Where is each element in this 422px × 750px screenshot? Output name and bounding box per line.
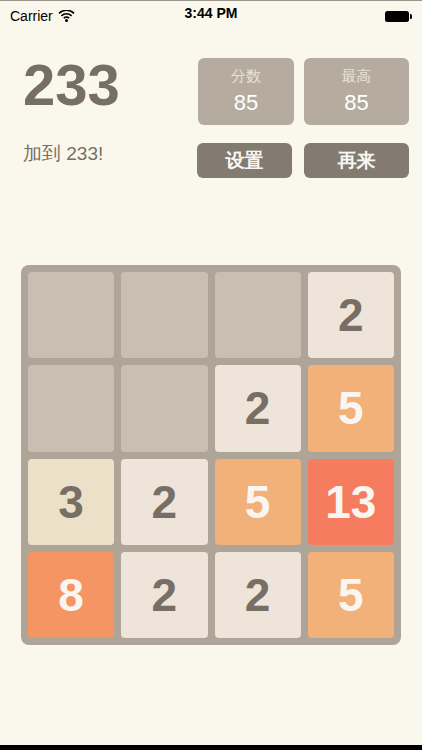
tile-r4c3: 2	[215, 552, 301, 638]
screen-bottom-edge	[0, 745, 422, 750]
restart-button[interactable]: 再来	[304, 143, 409, 178]
game-board[interactable]: 2 2 5 3 2 5 13 8 2 2 5	[21, 265, 401, 645]
tile-r2c3: 2	[215, 365, 301, 451]
app-screen: Carrier 3:44 PM 233 加到 233! 分数 85 最高	[0, 0, 422, 750]
tile-r3c3: 5	[215, 459, 301, 545]
tile-r3c1: 3	[28, 459, 114, 545]
best-label: 最高	[342, 67, 372, 86]
score-row: 分数 85 最高 85	[198, 58, 409, 125]
tile-r3c4: 13	[308, 459, 394, 545]
tile-r4c4: 5	[308, 552, 394, 638]
tile-r2c1	[28, 365, 114, 451]
tile-r1c1	[28, 272, 114, 358]
status-bar: Carrier 3:44 PM	[0, 1, 422, 27]
wifi-icon	[58, 10, 75, 22]
tile-r1c4: 2	[308, 272, 394, 358]
score-value: 85	[234, 90, 258, 116]
page-title: 233	[23, 53, 120, 117]
best-score-box: 最高 85	[304, 58, 409, 125]
tile-r2c4: 5	[308, 365, 394, 451]
tile-r3c2: 2	[121, 459, 207, 545]
tile-r4c2: 2	[121, 552, 207, 638]
goal-subtitle: 加到 233!	[23, 141, 103, 167]
carrier-label: Carrier	[10, 8, 53, 24]
tile-r1c3	[215, 272, 301, 358]
tile-r1c2	[121, 272, 207, 358]
tile-r2c2	[121, 365, 207, 451]
tile-r4c1: 8	[28, 552, 114, 638]
best-value: 85	[344, 90, 368, 116]
score-box: 分数 85	[198, 58, 294, 125]
score-label: 分数	[231, 67, 261, 86]
settings-button[interactable]: 设置	[197, 143, 292, 178]
battery-icon	[385, 11, 412, 22]
button-row: 设置 再来	[197, 143, 409, 178]
